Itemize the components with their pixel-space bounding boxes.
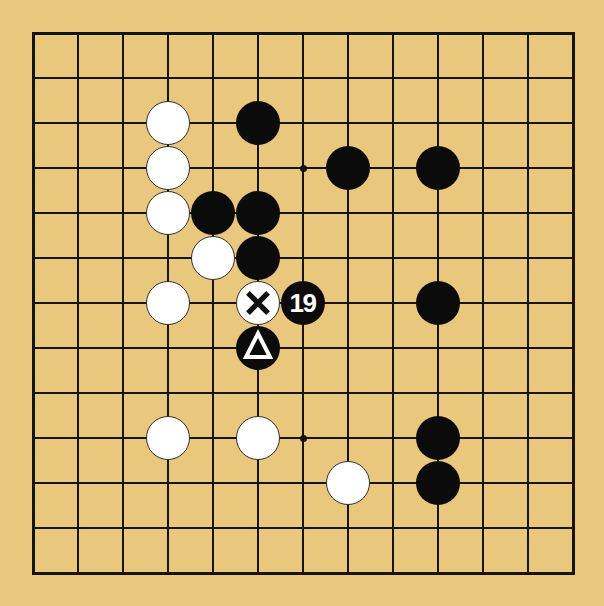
stone-black-K10[interactable] — [416, 146, 460, 190]
stones-layer: 19 — [0, 0, 604, 606]
stone-black-F8[interactable] — [236, 236, 280, 280]
stone-white-F4[interactable] — [236, 416, 280, 460]
stone-white-E8[interactable] — [191, 236, 235, 280]
stone-white-D10[interactable] — [146, 146, 190, 190]
stone-white-F7[interactable] — [236, 281, 280, 325]
stone-black-E9[interactable] — [191, 191, 235, 235]
stone-white-D4[interactable] — [146, 416, 190, 460]
stone-white-D11[interactable] — [146, 101, 190, 145]
stone-white-H3[interactable] — [326, 461, 370, 505]
stone-black-F6[interactable] — [236, 326, 280, 370]
stone-black-K7[interactable] — [416, 281, 460, 325]
go-diagram: 19 — [0, 0, 604, 606]
stone-black-K3[interactable] — [416, 461, 460, 505]
x-mark-icon — [237, 281, 279, 325]
move-number-label: 19 — [290, 290, 316, 316]
stone-black-F9[interactable] — [236, 191, 280, 235]
stone-black-F11[interactable] — [236, 101, 280, 145]
stone-black-K4[interactable] — [416, 416, 460, 460]
triangle-mark-icon — [236, 326, 280, 370]
stone-black-G7[interactable]: 19 — [281, 281, 325, 325]
stone-black-H10[interactable] — [326, 146, 370, 190]
stone-white-D7[interactable] — [146, 281, 190, 325]
go-board[interactable]: 19 — [0, 0, 604, 606]
stone-white-D9[interactable] — [146, 191, 190, 235]
